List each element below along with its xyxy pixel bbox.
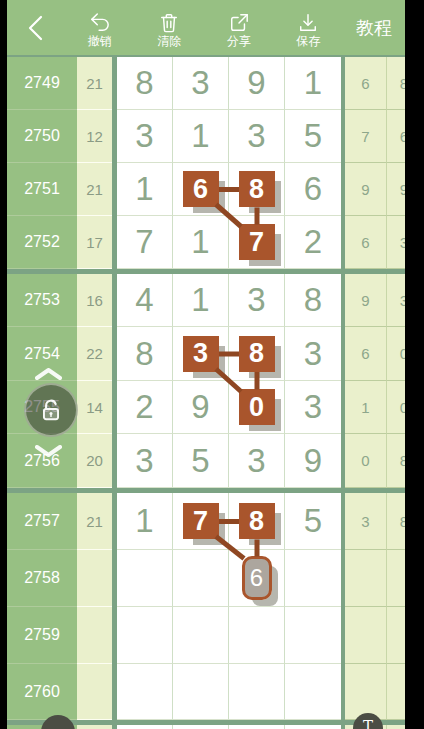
digit-cell[interactable] xyxy=(285,664,341,720)
sum-value xyxy=(77,664,112,720)
chevron-up-icon[interactable] xyxy=(35,367,62,380)
undo-button[interactable]: 撤销 xyxy=(65,9,135,47)
period-label: 2752 xyxy=(7,216,77,269)
sum-value xyxy=(77,607,112,664)
sum-value: 21 xyxy=(77,57,112,110)
save-button[interactable]: 保存 xyxy=(274,9,344,47)
stat-b-value: 8 xyxy=(387,57,405,110)
stat-a-value: 3 xyxy=(345,493,387,550)
sum-value: 20 xyxy=(77,434,112,488)
digit-cell xyxy=(285,725,341,729)
sum-value xyxy=(77,725,112,729)
digit-cell[interactable]: 3 xyxy=(285,381,341,434)
save-icon xyxy=(298,13,318,33)
period-label: 2756 xyxy=(7,434,77,488)
chart-row: 27586 xyxy=(7,550,405,607)
sum-value: 22 xyxy=(77,327,112,381)
digit-cell[interactable] xyxy=(117,550,173,607)
marked-digit[interactable]: 8 xyxy=(239,336,275,372)
period-label: 2759 xyxy=(7,607,77,664)
chart-row: 275422838360 xyxy=(7,327,405,381)
digit-cell xyxy=(173,725,229,729)
digit-cell[interactable]: 5 xyxy=(285,493,341,550)
digit-cell[interactable]: 8 xyxy=(285,274,341,327)
stat-a-value: 9 xyxy=(345,163,387,216)
back-button[interactable] xyxy=(7,0,65,55)
digit-cell[interactable] xyxy=(229,607,285,664)
save-label: 保存 xyxy=(296,35,320,47)
chart-row: 2759 xyxy=(7,607,405,664)
digit-cell[interactable]: 8 xyxy=(229,163,285,216)
sum-value: 14 xyxy=(77,381,112,434)
lock-icon xyxy=(38,397,64,423)
digit-cell[interactable]: 1 xyxy=(117,163,173,216)
digit-cell[interactable]: 8 xyxy=(229,327,285,381)
digit-cell[interactable]: 3 xyxy=(229,274,285,327)
stat-a-value xyxy=(345,550,387,607)
chart-row: 275620353908 xyxy=(7,434,405,488)
digit-cell[interactable]: 0 xyxy=(229,381,285,434)
digit-cell[interactable]: 7 xyxy=(173,493,229,550)
period-label: 2758 xyxy=(7,550,77,607)
chart-row: 275721178538 xyxy=(7,493,405,550)
digit-cell[interactable]: 6 xyxy=(173,163,229,216)
digit-cell xyxy=(117,725,173,729)
digit-cell[interactable] xyxy=(173,607,229,664)
stat-b-value: 9 xyxy=(387,163,405,216)
digit-cell[interactable]: 7 xyxy=(229,216,285,269)
digit-cell[interactable]: 3 xyxy=(173,327,229,381)
digit-cell[interactable] xyxy=(117,664,173,720)
digit-cell[interactable]: 3 xyxy=(229,434,285,488)
period-label: 2751 xyxy=(7,163,77,216)
digit-cell[interactable]: 6 xyxy=(285,163,341,216)
share-label: 分享 xyxy=(227,35,251,47)
stat-b-value: 0 xyxy=(387,327,405,381)
clear-button[interactable]: 清除 xyxy=(135,9,205,47)
chart-row: 275217717263 xyxy=(7,216,405,269)
stat-b-value: 6 xyxy=(387,110,405,163)
toolbar: 撤销 清除 分享 xyxy=(65,9,343,47)
clear-label: 清除 xyxy=(157,35,181,47)
lock-button[interactable] xyxy=(24,383,78,437)
period-label: 2749 xyxy=(7,57,77,110)
digit-cell[interactable] xyxy=(285,607,341,664)
undo-icon xyxy=(89,13,111,33)
digit-cell[interactable]: 2 xyxy=(117,381,173,434)
chart-row: 2760 xyxy=(7,664,405,720)
marked-digit[interactable]: 3 xyxy=(183,336,219,372)
stat-b-value xyxy=(387,550,405,607)
stat-a-value: 6 xyxy=(345,57,387,110)
digit-cell[interactable] xyxy=(229,664,285,720)
digit-cell[interactable]: 9 xyxy=(229,57,285,110)
stat-b-value: 3 xyxy=(387,216,405,269)
digit-cell[interactable]: 3 xyxy=(285,327,341,381)
sum-value: 17 xyxy=(77,216,112,269)
digit-cell[interactable] xyxy=(117,607,173,664)
stat-a-value: 9 xyxy=(345,274,387,327)
tutorial-button[interactable]: 教程 xyxy=(343,16,405,40)
stat-b-value: 8 xyxy=(387,493,405,550)
digit-cell[interactable]: 4 xyxy=(117,274,173,327)
trash-icon xyxy=(159,13,179,33)
digit-cell[interactable]: 6 xyxy=(229,550,285,607)
stat-a-value xyxy=(345,607,387,664)
digit-cell[interactable]: 3 xyxy=(117,110,173,163)
sum-value: 16 xyxy=(77,274,112,327)
digit-cell[interactable] xyxy=(173,664,229,720)
sum-value: 21 xyxy=(77,493,112,550)
period-label: 2760 xyxy=(7,664,77,720)
share-icon xyxy=(229,13,249,33)
marked-digit[interactable]: 6 xyxy=(183,171,219,207)
undo-label: 撤销 xyxy=(88,35,112,47)
digit-cell[interactable]: 3 xyxy=(173,57,229,110)
stat-b-value: 3 xyxy=(387,274,405,327)
stat-a-value: 0 xyxy=(345,434,387,488)
digit-cell[interactable]: 1 xyxy=(173,110,229,163)
stat-b-value xyxy=(387,664,405,720)
marked-digit[interactable]: 7 xyxy=(239,224,275,260)
stat-a-value: 6 xyxy=(345,216,387,269)
stat-a-value: 1 xyxy=(345,381,387,434)
predicted-digit[interactable]: 6 xyxy=(242,556,272,600)
digit-cell[interactable]: 1 xyxy=(173,274,229,327)
chart-row: 275012313576 xyxy=(7,110,405,163)
marked-digit[interactable]: 8 xyxy=(239,171,275,207)
marked-digit[interactable]: 8 xyxy=(239,503,275,539)
digit-cell[interactable]: 8 xyxy=(229,493,285,550)
stat-a-value: 6 xyxy=(345,327,387,381)
period-label: 2750 xyxy=(7,110,77,163)
trend-chart-app: 撤销 清除 分享 xyxy=(7,0,405,729)
digit-cell[interactable]: 8 xyxy=(117,57,173,110)
sum-value: 12 xyxy=(77,110,112,163)
digit-cell[interactable]: 3 xyxy=(117,434,173,488)
stat-a-value xyxy=(345,664,387,720)
chevron-down-icon[interactable] xyxy=(35,445,62,458)
chart-row: 275121168699 xyxy=(7,163,405,216)
digit-cell[interactable]: 7 xyxy=(117,216,173,269)
digit-cell[interactable]: 1 xyxy=(285,57,341,110)
digit-cell[interactable]: 5 xyxy=(173,434,229,488)
digit-cell[interactable]: 1 xyxy=(117,493,173,550)
share-button[interactable]: 分享 xyxy=(204,9,274,47)
stat-b-value: 8 xyxy=(387,434,405,488)
digit-cell[interactable]: 5 xyxy=(285,110,341,163)
sum-value xyxy=(77,550,112,607)
period-label: 2757 xyxy=(7,493,77,550)
stat-a-value: 7 xyxy=(345,110,387,163)
digit-cell[interactable] xyxy=(285,550,341,607)
digit-cell[interactable] xyxy=(173,550,229,607)
marked-digit[interactable]: 7 xyxy=(183,503,219,539)
stat-b-value xyxy=(387,607,405,664)
chart-row: 275316413893 xyxy=(7,274,405,327)
digit-cell[interactable]: 8 xyxy=(117,327,173,381)
chart-row: 274921839168 xyxy=(7,57,405,110)
digit-cell[interactable]: 9 xyxy=(285,434,341,488)
marked-digit[interactable]: 0 xyxy=(239,389,275,425)
chevron-left-icon xyxy=(24,14,48,42)
stat-b-value xyxy=(387,725,405,729)
stat-b-value: 0 xyxy=(387,381,405,434)
period-label: 2753 xyxy=(7,274,77,327)
digit-cell[interactable]: 9 xyxy=(173,381,229,434)
sum-value: 21 xyxy=(77,163,112,216)
digit-cell[interactable]: 1 xyxy=(173,216,229,269)
digit-cell[interactable]: 2 xyxy=(285,216,341,269)
toolbar-header: 撤销 清除 分享 xyxy=(7,0,405,55)
digit-cell[interactable]: 3 xyxy=(229,110,285,163)
digit-cell xyxy=(229,725,285,729)
